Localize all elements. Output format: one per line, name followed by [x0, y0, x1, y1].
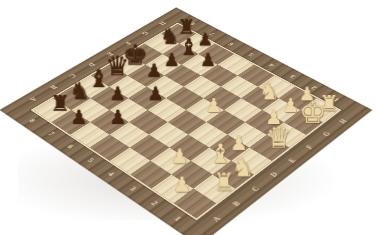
piece-black-pawn[interactable]: ♟	[141, 62, 167, 80]
piece-white-queen[interactable]: ♛	[265, 124, 293, 153]
piece-black-pawn[interactable]: ♟	[65, 108, 93, 127]
piece-black-pawn[interactable]: ♟	[104, 84, 131, 103]
piece-black-pawn[interactable]: ♟	[142, 84, 169, 103]
piece-black-pawn[interactable]: ♟	[195, 51, 221, 69]
chess-photo-scene: ABCDEFGH ABCDEFGH 87654321 87654321 ♜♞♝♛…	[0, 0, 376, 235]
piece-white-king[interactable]: ♚	[299, 97, 327, 128]
piece-black-pawn[interactable]: ♟	[104, 108, 132, 127]
piece-white-pawn[interactable]: ♟	[200, 96, 227, 115]
piece-white-pawn[interactable]: ♟	[165, 146, 194, 166]
piece-white-pawn[interactable]: ♟	[167, 174, 197, 195]
piece-white-rook[interactable]: ♜	[209, 171, 239, 195]
